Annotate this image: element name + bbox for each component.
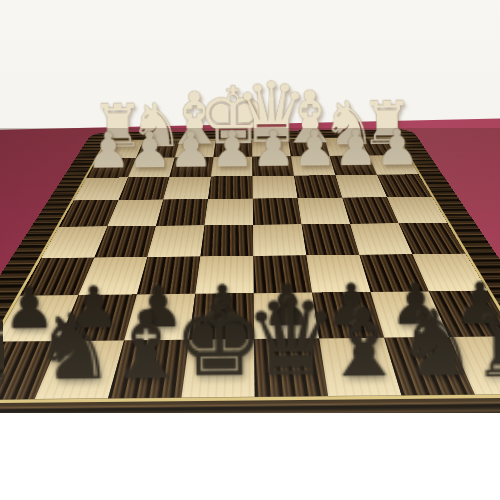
photo-chess-scene: ♜♞♝♚♛♝♞♜♟♟♟♟♟♟♟♟♟♟♟♟♟♟♟♟♜♞♝♚♛♝♞♜ [0, 0, 500, 413]
piece-black-bishop-c8[interactable]: ♝ [321, 297, 406, 391]
board-playfield: ♜♞♝♚♛♝♞♜♟♟♟♟♟♟♟♟♟♟♟♟♟♟♟♟♜♞♝♚♛♝♞♜ [0, 137, 500, 403]
photo-page: ♜♞♝♚♛♝♞♜♟♟♟♟♟♟♟♟♟♟♟♟♟♟♟♟♜♞♝♚♛♝♞♜ [0, 0, 500, 500]
square-f4[interactable] [156, 199, 208, 226]
square-f5[interactable] [147, 225, 204, 257]
square-a2[interactable]: ♟ [368, 155, 418, 175]
square-h4[interactable] [59, 200, 119, 227]
piece-white-pawn-c2[interactable]: ♟ [292, 124, 337, 174]
square-f2[interactable]: ♟ [169, 157, 213, 177]
piece-white-pawn-d2[interactable]: ♟ [250, 124, 295, 174]
square-b2[interactable]: ♟ [330, 155, 377, 175]
square-e5[interactable] [200, 225, 253, 257]
square-d3[interactable] [252, 176, 297, 199]
square-b8[interactable]: ♞ [384, 337, 475, 395]
chess-board: ♜♞♝♚♛♝♞♜♟♟♟♟♟♟♟♟♟♟♟♟♟♟♟♟♜♞♝♚♛♝♞♜ [0, 129, 500, 413]
piece-white-pawn-h2[interactable]: ♟ [85, 126, 130, 176]
square-e4[interactable] [204, 199, 253, 226]
square-g3[interactable] [118, 177, 169, 200]
square-a4[interactable] [387, 197, 447, 224]
piece-white-pawn-e2[interactable]: ♟ [209, 125, 254, 175]
square-d5[interactable] [253, 224, 306, 256]
square-g4[interactable] [107, 199, 163, 226]
square-c3[interactable] [294, 175, 342, 198]
piece-black-knight-g8[interactable]: ♞ [31, 302, 114, 394]
piece-black-rook-a8[interactable]: ♜ [471, 306, 500, 390]
piece-black-knight-b8[interactable]: ♞ [394, 298, 477, 390]
square-e2[interactable]: ♟ [211, 157, 253, 177]
square-c8[interactable]: ♝ [319, 338, 401, 396]
piece-white-pawn-b2[interactable]: ♟ [333, 124, 378, 174]
square-c4[interactable] [297, 198, 350, 225]
piece-white-pawn-a2[interactable]: ♟ [374, 123, 419, 173]
square-d2[interactable]: ♟ [252, 156, 294, 176]
square-e3[interactable] [208, 176, 253, 199]
square-c2[interactable]: ♟ [291, 156, 336, 176]
square-d8[interactable]: ♛ [254, 338, 328, 396]
piece-white-pawn-f2[interactable]: ♟ [168, 125, 213, 175]
square-g2[interactable]: ♟ [128, 158, 175, 178]
square-d4[interactable] [253, 198, 302, 225]
photo-matte [0, 413, 500, 500]
piece-white-pawn-g2[interactable]: ♟ [127, 126, 172, 176]
square-a3[interactable] [377, 174, 432, 197]
square-h5[interactable] [41, 226, 107, 258]
square-f3[interactable] [163, 177, 211, 200]
